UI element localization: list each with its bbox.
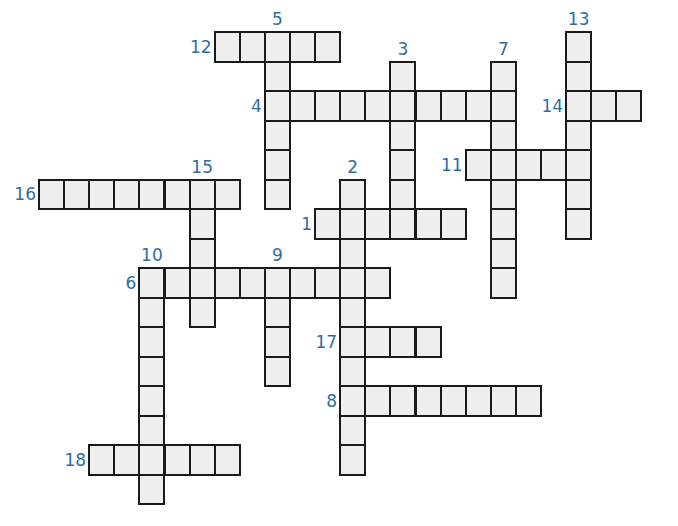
cell-r6c12[interactable] — [339, 208, 366, 240]
cell-r11c4[interactable] — [138, 356, 165, 388]
cell-r8c10[interactable] — [289, 267, 316, 299]
cell-r0c8[interactable] — [239, 31, 266, 63]
clue-number-16-across: 16 — [0, 184, 36, 204]
cell-r14c12[interactable] — [339, 444, 366, 476]
clue-number-14-across: 14 — [523, 96, 563, 116]
cell-r6c6[interactable] — [189, 208, 216, 240]
clue-number-8-across: 8 — [297, 391, 337, 411]
cell-r3c9[interactable] — [264, 120, 291, 152]
cell-r0c10[interactable] — [289, 31, 316, 63]
cell-r15c4[interactable] — [138, 474, 165, 506]
cell-r7c18[interactable] — [490, 238, 517, 270]
clue-number-15-down: 15 — [182, 157, 222, 177]
cell-r6c21[interactable] — [565, 208, 592, 240]
clue-number-13-down: 13 — [559, 9, 599, 29]
cell-r7c12[interactable] — [339, 238, 366, 270]
cell-r5c3[interactable] — [113, 179, 140, 211]
cell-r12c19[interactable] — [515, 385, 542, 417]
cell-r5c18[interactable] — [490, 179, 517, 211]
clue-number-1-across: 1 — [272, 214, 312, 234]
clue-number-3-down: 3 — [383, 39, 423, 59]
cell-r14c4[interactable] — [138, 444, 165, 476]
cell-r5c12[interactable] — [339, 179, 366, 211]
cell-r8c4[interactable] — [138, 267, 165, 299]
cell-r1c14[interactable] — [389, 61, 416, 93]
cell-r10c14[interactable] — [389, 326, 416, 358]
cell-r4c9[interactable] — [264, 149, 291, 181]
cell-r13c4[interactable] — [138, 415, 165, 447]
cell-r14c3[interactable] — [113, 444, 140, 476]
clue-number-6-across: 6 — [96, 273, 136, 293]
cell-r3c18[interactable] — [490, 120, 517, 152]
cell-r10c13[interactable] — [364, 326, 391, 358]
clue-number-9-down: 9 — [257, 245, 297, 265]
cell-r6c18[interactable] — [490, 208, 517, 240]
cell-r4c20[interactable] — [540, 149, 567, 181]
cell-r10c15[interactable] — [415, 326, 442, 358]
clue-number-11-across: 11 — [423, 155, 463, 175]
cell-r14c6[interactable] — [189, 444, 216, 476]
cell-r12c14[interactable] — [389, 385, 416, 417]
cell-r14c2[interactable] — [88, 444, 115, 476]
cell-r12c12[interactable] — [339, 385, 366, 417]
cell-r11c12[interactable] — [339, 356, 366, 388]
cell-r1c18[interactable] — [490, 61, 517, 93]
cell-r9c6[interactable] — [189, 297, 216, 329]
cell-r14c7[interactable] — [214, 444, 241, 476]
cell-r6c11[interactable] — [314, 208, 341, 240]
cell-r3c21[interactable] — [565, 120, 592, 152]
cell-r2c23[interactable] — [615, 90, 642, 122]
cell-r12c18[interactable] — [490, 385, 517, 417]
cell-r2c14[interactable] — [389, 90, 416, 122]
clue-number-12-across: 12 — [172, 37, 212, 57]
cell-r2c12[interactable] — [339, 90, 366, 122]
cell-r6c13[interactable] — [364, 208, 391, 240]
cell-r5c6[interactable] — [189, 179, 216, 211]
cell-r2c10[interactable] — [289, 90, 316, 122]
cell-r2c15[interactable] — [415, 90, 442, 122]
cell-r13c12[interactable] — [339, 415, 366, 447]
cell-r0c7[interactable] — [214, 31, 241, 63]
clue-number-7-down: 7 — [483, 39, 523, 59]
cell-r8c7[interactable] — [214, 267, 241, 299]
cell-r6c15[interactable] — [415, 208, 442, 240]
cell-r2c13[interactable] — [364, 90, 391, 122]
cell-r2c17[interactable] — [465, 90, 492, 122]
cell-r5c4[interactable] — [138, 179, 165, 211]
clue-number-17-across: 17 — [297, 332, 337, 352]
cell-r8c8[interactable] — [239, 267, 266, 299]
cell-r4c18[interactable] — [490, 149, 517, 181]
clue-number-5-down: 5 — [257, 9, 297, 29]
cell-r8c9[interactable] — [264, 267, 291, 299]
cell-r5c1[interactable] — [63, 179, 90, 211]
clue-number-4-across: 4 — [222, 96, 262, 116]
cell-r7c6[interactable] — [189, 238, 216, 270]
cell-r12c15[interactable] — [415, 385, 442, 417]
cell-r5c21[interactable] — [565, 179, 592, 211]
crossword-page: 123456789101112131415161718 — [0, 0, 678, 526]
cell-r11c9[interactable] — [264, 356, 291, 388]
cell-r10c12[interactable] — [339, 326, 366, 358]
cell-r9c12[interactable] — [339, 297, 366, 329]
cell-r2c9[interactable] — [264, 90, 291, 122]
clue-number-2-down: 2 — [333, 157, 373, 177]
cell-r4c19[interactable] — [515, 149, 542, 181]
cell-r9c9[interactable] — [264, 297, 291, 329]
cell-r2c18[interactable] — [490, 90, 517, 122]
cell-r0c21[interactable] — [565, 31, 592, 63]
cell-r2c11[interactable] — [314, 90, 341, 122]
cell-r6c14[interactable] — [389, 208, 416, 240]
cell-r12c16[interactable] — [440, 385, 467, 417]
cell-r5c5[interactable] — [164, 179, 191, 211]
cell-r12c17[interactable] — [465, 385, 492, 417]
cell-r1c9[interactable] — [264, 61, 291, 93]
cell-r8c18[interactable] — [490, 267, 517, 299]
cell-r8c13[interactable] — [364, 267, 391, 299]
cell-r5c9[interactable] — [264, 179, 291, 211]
cell-r5c2[interactable] — [88, 179, 115, 211]
cell-r6c16[interactable] — [440, 208, 467, 240]
cell-r1c21[interactable] — [565, 61, 592, 93]
cell-r2c21[interactable] — [565, 90, 592, 122]
cell-r8c6[interactable] — [189, 267, 216, 299]
cell-r4c21[interactable] — [565, 149, 592, 181]
cell-r8c12[interactable] — [339, 267, 366, 299]
cell-r14c5[interactable] — [164, 444, 191, 476]
crossword-board: 123456789101112131415161718 — [39, 32, 641, 504]
cell-r5c7[interactable] — [214, 179, 241, 211]
cell-r3c14[interactable] — [389, 120, 416, 152]
cell-r8c5[interactable] — [164, 267, 191, 299]
cell-r4c14[interactable] — [389, 149, 416, 181]
cell-r4c17[interactable] — [465, 149, 492, 181]
cell-r10c4[interactable] — [138, 326, 165, 358]
cell-r0c11[interactable] — [314, 31, 341, 63]
cell-r12c13[interactable] — [364, 385, 391, 417]
cell-r9c4[interactable] — [138, 297, 165, 329]
cell-r2c22[interactable] — [590, 90, 617, 122]
cell-r5c14[interactable] — [389, 179, 416, 211]
cell-r5c0[interactable] — [38, 179, 65, 211]
clue-number-18-across: 18 — [46, 450, 86, 470]
cell-r8c11[interactable] — [314, 267, 341, 299]
cell-r2c16[interactable] — [440, 90, 467, 122]
cell-r0c9[interactable] — [264, 31, 291, 63]
clue-number-10-down: 10 — [132, 245, 172, 265]
cell-r12c4[interactable] — [138, 385, 165, 417]
cell-r10c9[interactable] — [264, 326, 291, 358]
